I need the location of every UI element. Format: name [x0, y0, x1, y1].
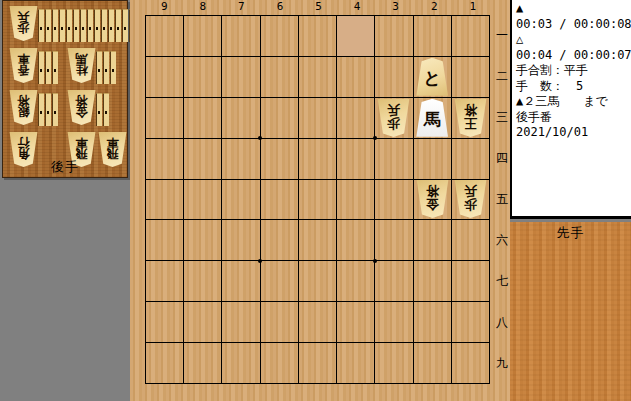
- board-cell-18[interactable]: [452, 302, 489, 342]
- stacked-piece-edge: [45, 93, 51, 126]
- file-label: 9: [145, 0, 184, 14]
- board-cell-47[interactable]: [337, 261, 374, 301]
- piece-gold[interactable]: 金将: [416, 180, 449, 218]
- board-cell-45[interactable]: [337, 180, 374, 220]
- piece-king[interactable]: 王将: [454, 99, 487, 137]
- board-cell-12[interactable]: [452, 57, 489, 97]
- stacked-piece-edge: [87, 9, 93, 42]
- board-cell-86[interactable]: [184, 220, 221, 260]
- piece-pawn[interactable]: 歩兵: [454, 180, 487, 218]
- hand-group-gold[interactable]: 金将: [67, 90, 110, 126]
- gote-tray-label: 後手: [3, 158, 127, 176]
- rank-label: 三: [494, 97, 510, 138]
- stacked-piece-edge: [103, 51, 109, 84]
- board-cell-67[interactable]: [261, 261, 298, 301]
- sente-captured-tray: 先手: [510, 222, 631, 401]
- board-cell-65[interactable]: [261, 180, 298, 220]
- piece-knight[interactable]: 桂馬: [67, 48, 96, 83]
- rank-label: 一: [494, 15, 510, 56]
- piece-gold[interactable]: 金将: [67, 90, 96, 125]
- stacked-piece-edge: [38, 9, 44, 42]
- board-cell-82[interactable]: [184, 57, 221, 97]
- gote-captured-tray: 角行飛車飛車銀将金将香車桂馬歩兵 後手: [2, 0, 128, 178]
- stacked-piece-edge: [52, 93, 58, 126]
- board-cell-58[interactable]: [299, 302, 336, 342]
- hand-group-pawn[interactable]: 歩兵: [9, 6, 136, 42]
- board-cell-57[interactable]: [299, 261, 336, 301]
- info-line: △: [516, 32, 631, 48]
- hand-row: 歩兵: [9, 6, 136, 42]
- info-line: 後手番: [516, 110, 631, 126]
- board-cell-81[interactable]: [184, 16, 221, 56]
- rank-label: 五: [494, 179, 510, 220]
- board-cell-62[interactable]: [261, 57, 298, 97]
- stacked-piece-edge: [96, 51, 102, 84]
- board-cell-33[interactable]: 歩兵: [375, 98, 412, 138]
- board-cell-77[interactable]: [222, 261, 259, 301]
- board-cell-71[interactable]: [222, 16, 259, 56]
- board-cell-79[interactable]: [222, 343, 259, 383]
- board-cell-68[interactable]: [261, 302, 298, 342]
- hand-group-lance[interactable]: 香車: [9, 48, 67, 84]
- board-cell-36[interactable]: [375, 220, 412, 260]
- stacked-piece-edge: [94, 9, 100, 42]
- stacked-piece-edge: [66, 9, 72, 42]
- board-cell-75[interactable]: [222, 180, 259, 220]
- file-label: 4: [338, 0, 377, 14]
- sente-tray-label: 先手: [510, 224, 631, 242]
- board-cell-19[interactable]: [452, 343, 489, 383]
- hand-group-knight[interactable]: 桂馬: [67, 48, 117, 84]
- rank-label: 八: [494, 302, 510, 343]
- board-cell-89[interactable]: [184, 343, 221, 383]
- piece-silver[interactable]: 銀将: [9, 90, 38, 125]
- board-cell-78[interactable]: [222, 302, 259, 342]
- board-cell-72[interactable]: [222, 57, 259, 97]
- board-cell-29[interactable]: [414, 343, 451, 383]
- board-cell-35[interactable]: [375, 180, 412, 220]
- stacked-piece-edge: [73, 9, 79, 42]
- board-cell-84[interactable]: [184, 139, 221, 179]
- board-cell-13[interactable]: 王将: [452, 98, 489, 138]
- board-cell-46[interactable]: [337, 220, 374, 260]
- stacked-piece-edge: [38, 93, 44, 126]
- stacked-piece-edge: [122, 9, 128, 42]
- shogi-app-window: 角行飛車飛車銀将金将香車桂馬歩兵 後手 987654321 と歩兵馬王将金将歩兵…: [0, 0, 631, 401]
- board-cell-37[interactable]: [375, 261, 412, 301]
- hand-group-silver[interactable]: 銀将: [9, 90, 67, 126]
- file-label: 3: [376, 0, 415, 14]
- board-cell-39[interactable]: [375, 343, 412, 383]
- piece-tokin[interactable]: と: [416, 58, 449, 96]
- piece-lance[interactable]: 香車: [9, 48, 38, 83]
- board-cell-32[interactable]: [375, 57, 412, 97]
- board-cell-17[interactable]: [452, 261, 489, 301]
- board-cell-96[interactable]: [146, 220, 183, 260]
- board-cell-95[interactable]: [146, 180, 183, 220]
- board-cell-48[interactable]: [337, 302, 374, 342]
- board-cell-56[interactable]: [299, 220, 336, 260]
- rank-label: 六: [494, 220, 510, 261]
- board-cell-27[interactable]: [414, 261, 451, 301]
- stacked-piece-edge: [45, 51, 51, 84]
- board-cell-66[interactable]: [261, 220, 298, 260]
- board-cell-73[interactable]: [222, 98, 259, 138]
- board-cell-44[interactable]: [337, 139, 374, 179]
- board-cell-53[interactable]: [299, 98, 336, 138]
- info-line: 手合割：平手: [516, 63, 631, 79]
- board-cell-59[interactable]: [299, 343, 336, 383]
- rank-label: 二: [494, 56, 510, 97]
- board-cell-52[interactable]: [299, 57, 336, 97]
- info-line: 2021/10/01: [516, 125, 631, 141]
- board-cell-16[interactable]: [452, 220, 489, 260]
- board-cell-21[interactable]: [414, 16, 451, 56]
- board-cell-11[interactable]: [452, 16, 489, 56]
- board-cell-97[interactable]: [146, 261, 183, 301]
- board-cell-83[interactable]: [184, 98, 221, 138]
- board-cell-91[interactable]: [146, 16, 183, 56]
- file-label: 5: [299, 0, 338, 14]
- board-cell-99[interactable]: [146, 343, 183, 383]
- stacked-piece-edge: [115, 9, 121, 42]
- piece-pawn[interactable]: 歩兵: [9, 6, 38, 41]
- file-label: 8: [184, 0, 223, 14]
- piece-pawn[interactable]: 歩兵: [377, 99, 410, 137]
- board-cell-49[interactable]: [337, 343, 374, 383]
- board-cell-24[interactable]: [414, 139, 451, 179]
- board-cell-28[interactable]: [414, 302, 451, 342]
- board-cell-23[interactable]: 馬: [414, 98, 451, 138]
- board-region: 987654321 と歩兵馬王将金将歩兵 一二三四五六七八九: [130, 0, 510, 401]
- stacked-piece-edge: [80, 9, 86, 42]
- stacked-piece-edge: [59, 9, 65, 42]
- board-cell-94[interactable]: [146, 139, 183, 179]
- board-cell-61[interactable]: [261, 16, 298, 56]
- board-cell-55[interactable]: [299, 180, 336, 220]
- board-cell-76[interactable]: [222, 220, 259, 260]
- info-line: 00:03 / 00:00:08: [516, 17, 631, 33]
- file-label: 1: [454, 0, 493, 14]
- board-cell-69[interactable]: [261, 343, 298, 383]
- board-cell-63[interactable]: [261, 98, 298, 138]
- board-cell-25[interactable]: 金将: [414, 180, 451, 220]
- rank-label: 九: [494, 343, 510, 384]
- stacked-piece-edge: [101, 9, 107, 42]
- board-cell-43[interactable]: [337, 98, 374, 138]
- board-cell-26[interactable]: [414, 220, 451, 260]
- stacked-piece-edge: [110, 51, 116, 84]
- info-line: 00:04 / 00:00:07: [516, 48, 631, 64]
- board-cell-34[interactable]: [375, 139, 412, 179]
- info-line: 手 数： 5: [516, 79, 631, 95]
- hand-row: 銀将金将: [9, 90, 110, 126]
- board-cell-54[interactable]: [299, 139, 336, 179]
- rank-coordinate-labels: 一二三四五六七八九: [494, 15, 510, 384]
- file-label: 7: [222, 0, 261, 14]
- stacked-piece-edge: [96, 93, 102, 126]
- rank-label: 七: [494, 261, 510, 302]
- board-cell-51[interactable]: [299, 16, 336, 56]
- board-cell-93[interactable]: [146, 98, 183, 138]
- board-cell-38[interactable]: [375, 302, 412, 342]
- info-line: ▲２三馬 まで: [516, 94, 631, 110]
- stacked-piece-edge: [103, 93, 109, 126]
- board-cell-74[interactable]: [222, 139, 259, 179]
- info-line: ▲: [516, 1, 631, 17]
- stacked-piece-edge: [108, 9, 114, 42]
- board-cell-88[interactable]: [184, 302, 221, 342]
- stacked-piece-edge: [52, 9, 58, 42]
- rank-label: 四: [494, 138, 510, 179]
- board-cell-85[interactable]: [184, 180, 221, 220]
- file-label: 2: [415, 0, 454, 14]
- board-cell-31[interactable]: [375, 16, 412, 56]
- stacked-piece-edge: [45, 9, 51, 42]
- hand-row: 香車桂馬: [9, 48, 117, 84]
- board-cell-15[interactable]: 歩兵: [452, 180, 489, 220]
- board-cell-42[interactable]: [337, 57, 374, 97]
- board-cell-64[interactable]: [261, 139, 298, 179]
- board-cell-14[interactable]: [452, 139, 489, 179]
- piece-horse-promoted-bishop[interactable]: 馬: [416, 99, 449, 137]
- stacked-piece-edge: [38, 51, 44, 84]
- file-label: 6: [261, 0, 300, 14]
- file-coordinate-labels: 987654321: [145, 0, 492, 14]
- board-cell-98[interactable]: [146, 302, 183, 342]
- shogi-board: と歩兵馬王将金将歩兵: [145, 15, 490, 384]
- board-cell-41[interactable]: [337, 16, 374, 56]
- board-cell-92[interactable]: [146, 57, 183, 97]
- board-cell-87[interactable]: [184, 261, 221, 301]
- game-info-panel: ▲00:03 / 00:00:08△00:04 / 00:00:07手合割：平手…: [510, 0, 631, 219]
- board-cell-22[interactable]: と: [414, 57, 451, 97]
- stacked-piece-edge: [52, 51, 58, 84]
